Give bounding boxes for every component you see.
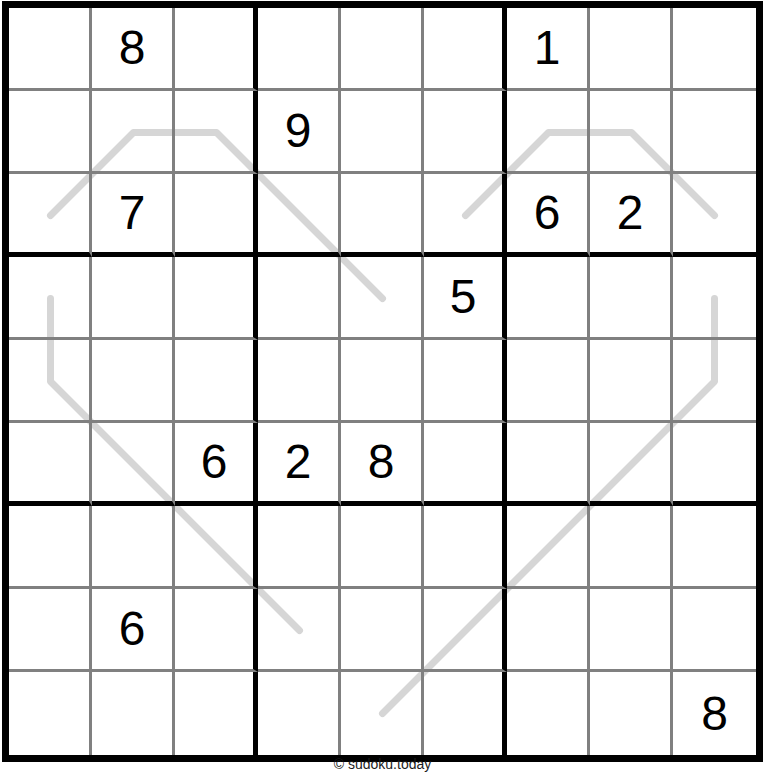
cell-r6c7[interactable] bbox=[507, 423, 590, 506]
cell-r3c6[interactable] bbox=[424, 174, 507, 257]
cell-r5c9[interactable] bbox=[673, 340, 756, 423]
sudoku-puzzle-page: 819762562868 © sudoku.today bbox=[0, 0, 767, 777]
cell-r2c9[interactable] bbox=[673, 91, 756, 174]
cell-r7c7[interactable] bbox=[507, 506, 590, 589]
cell-r1c6[interactable] bbox=[424, 8, 507, 91]
given-digit: 8 bbox=[368, 438, 395, 486]
cell-r9c1[interactable] bbox=[9, 672, 92, 755]
cell-r2c2[interactable] bbox=[92, 91, 175, 174]
cell-r4c9[interactable] bbox=[673, 257, 756, 340]
cell-r5c8[interactable] bbox=[590, 340, 673, 423]
cell-r3c2[interactable]: 7 bbox=[92, 174, 175, 257]
cell-r7c1[interactable] bbox=[9, 506, 92, 589]
cell-r2c3[interactable] bbox=[175, 91, 258, 174]
cell-r8c5[interactable] bbox=[341, 589, 424, 672]
given-digit: 2 bbox=[285, 438, 312, 486]
cell-r1c7[interactable]: 1 bbox=[507, 8, 590, 91]
cell-r2c1[interactable] bbox=[9, 91, 92, 174]
cell-r4c5[interactable] bbox=[341, 257, 424, 340]
given-digit: 7 bbox=[119, 189, 146, 237]
cell-r9c6[interactable] bbox=[424, 672, 507, 755]
cell-r2c5[interactable] bbox=[341, 91, 424, 174]
given-digit: 2 bbox=[617, 189, 644, 237]
cell-r8c2[interactable]: 6 bbox=[92, 589, 175, 672]
cell-r2c8[interactable] bbox=[590, 91, 673, 174]
cell-r3c1[interactable] bbox=[9, 174, 92, 257]
cell-r6c9[interactable] bbox=[673, 423, 756, 506]
cell-r6c1[interactable] bbox=[9, 423, 92, 506]
cell-r8c1[interactable] bbox=[9, 589, 92, 672]
copyright-text: © sudoku.today bbox=[2, 756, 763, 772]
cell-r7c2[interactable] bbox=[92, 506, 175, 589]
cell-r9c3[interactable] bbox=[175, 672, 258, 755]
given-digit: 6 bbox=[201, 438, 228, 486]
cell-r6c2[interactable] bbox=[92, 423, 175, 506]
cell-r7c6[interactable] bbox=[424, 506, 507, 589]
cell-r3c9[interactable] bbox=[673, 174, 756, 257]
cell-r5c1[interactable] bbox=[9, 340, 92, 423]
cell-r6c4[interactable]: 2 bbox=[258, 423, 341, 506]
cell-r5c2[interactable] bbox=[92, 340, 175, 423]
cell-r7c9[interactable] bbox=[673, 506, 756, 589]
cell-r9c7[interactable] bbox=[507, 672, 590, 755]
cell-r2c6[interactable] bbox=[424, 91, 507, 174]
given-digit: 6 bbox=[534, 189, 561, 237]
cell-r9c4[interactable] bbox=[258, 672, 341, 755]
cell-r9c5[interactable] bbox=[341, 672, 424, 755]
cell-r9c2[interactable] bbox=[92, 672, 175, 755]
cell-r4c7[interactable] bbox=[507, 257, 590, 340]
cell-r8c4[interactable] bbox=[258, 589, 341, 672]
cell-r6c8[interactable] bbox=[590, 423, 673, 506]
cell-r6c5[interactable]: 8 bbox=[341, 423, 424, 506]
cell-r2c4[interactable]: 9 bbox=[258, 91, 341, 174]
given-digit: 8 bbox=[701, 690, 728, 738]
cell-r5c5[interactable] bbox=[341, 340, 424, 423]
sudoku-board: 819762562868 bbox=[2, 1, 763, 762]
cell-r8c7[interactable] bbox=[507, 589, 590, 672]
cell-r5c7[interactable] bbox=[507, 340, 590, 423]
cell-r8c6[interactable] bbox=[424, 589, 507, 672]
cell-r3c8[interactable]: 2 bbox=[590, 174, 673, 257]
cell-r1c3[interactable] bbox=[175, 8, 258, 91]
cell-r6c6[interactable] bbox=[424, 423, 507, 506]
cell-r4c2[interactable] bbox=[92, 257, 175, 340]
cell-r8c3[interactable] bbox=[175, 589, 258, 672]
given-digit: 6 bbox=[119, 605, 146, 653]
cell-r5c6[interactable] bbox=[424, 340, 507, 423]
cell-r1c8[interactable] bbox=[590, 8, 673, 91]
cell-r7c3[interactable] bbox=[175, 506, 258, 589]
cell-r7c4[interactable] bbox=[258, 506, 341, 589]
cell-r7c8[interactable] bbox=[590, 506, 673, 589]
cell-r3c7[interactable]: 6 bbox=[507, 174, 590, 257]
cell-r3c4[interactable] bbox=[258, 174, 341, 257]
cell-r4c1[interactable] bbox=[9, 257, 92, 340]
cell-r1c1[interactable] bbox=[9, 8, 92, 91]
cell-r1c2[interactable]: 8 bbox=[92, 8, 175, 91]
cell-r2c7[interactable] bbox=[507, 91, 590, 174]
given-digit: 5 bbox=[450, 273, 477, 321]
cell-r1c5[interactable] bbox=[341, 8, 424, 91]
cell-r1c4[interactable] bbox=[258, 8, 341, 91]
cell-r9c9[interactable]: 8 bbox=[673, 672, 756, 755]
cell-r3c3[interactable] bbox=[175, 174, 258, 257]
cell-r4c3[interactable] bbox=[175, 257, 258, 340]
cell-r8c9[interactable] bbox=[673, 589, 756, 672]
cell-r4c4[interactable] bbox=[258, 257, 341, 340]
cell-r9c8[interactable] bbox=[590, 672, 673, 755]
cell-r1c9[interactable] bbox=[673, 8, 756, 91]
cell-r5c3[interactable] bbox=[175, 340, 258, 423]
cell-r3c5[interactable] bbox=[341, 174, 424, 257]
cell-r6c3[interactable]: 6 bbox=[175, 423, 258, 506]
cell-r8c8[interactable] bbox=[590, 589, 673, 672]
given-digit: 9 bbox=[285, 107, 312, 155]
cell-r4c6[interactable]: 5 bbox=[424, 257, 507, 340]
cell-r5c4[interactable] bbox=[258, 340, 341, 423]
given-digit: 1 bbox=[534, 24, 561, 72]
cell-r4c8[interactable] bbox=[590, 257, 673, 340]
given-digit: 8 bbox=[119, 24, 146, 72]
cell-r7c5[interactable] bbox=[341, 506, 424, 589]
